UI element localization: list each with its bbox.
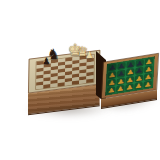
drawer-felt: ♟♟♟♟♟♟♟♟♟♟♟♟♟♟♟♟♟♟♟♟ <box>105 56 154 95</box>
board-square <box>65 81 72 85</box>
stored-piece-gold: ♟ <box>107 87 115 94</box>
board-square <box>86 79 93 83</box>
piece-slot: ♟ <box>134 82 143 90</box>
board-square <box>58 82 65 86</box>
board-square <box>36 85 43 89</box>
stored-piece-gold: ♟ <box>134 82 142 89</box>
board-piece-black-pawn: ♟ <box>42 57 50 66</box>
board-square <box>72 80 79 84</box>
board-square <box>43 84 50 88</box>
piece-slot: ♟ <box>116 85 125 93</box>
board-square <box>79 80 86 84</box>
stored-piece-gold: ♟ <box>143 81 151 88</box>
board-square <box>50 83 57 87</box>
piece-slots: ♟♟♟♟♟♟♟♟♟♟♟♟♟♟♟♟♟♟♟♟ <box>107 58 153 95</box>
stored-piece-gold: ♟ <box>116 85 124 92</box>
chess-set-photo: ♟♟♟♟♟♟♟♟♟♟♟♟♟♟♟♟♟♟♟♟ ♞♟♚♛♟ <box>0 0 160 160</box>
piece-slot: ♟ <box>143 80 152 88</box>
stored-piece-gold: ♟ <box>125 84 133 91</box>
piece-slot: ♟ <box>107 86 116 94</box>
board-piece-white-pawn: ♟ <box>85 51 93 60</box>
piece-slot: ♟ <box>125 83 134 91</box>
